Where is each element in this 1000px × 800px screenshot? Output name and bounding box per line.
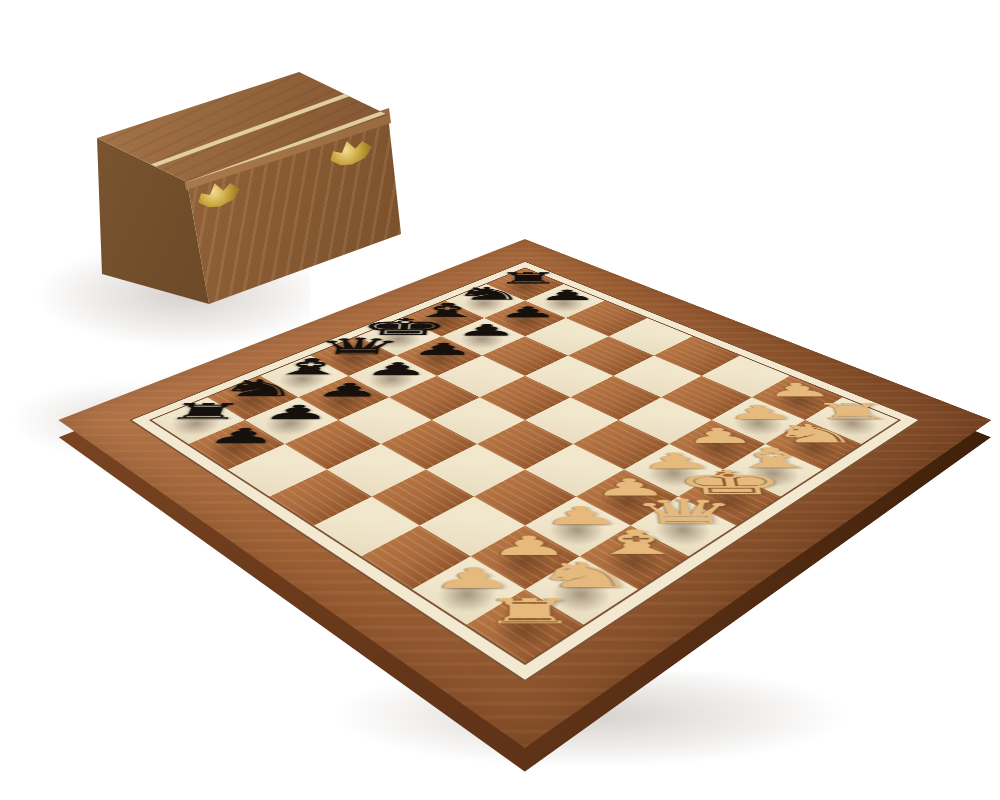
square-e1[interactable]	[678, 470, 780, 526]
piece-white-pawn-c2[interactable]: ♟	[525, 497, 631, 557]
black-pawn-glyph: ♟	[362, 361, 432, 378]
square-b1[interactable]	[525, 556, 638, 624]
piece-white-pawn-e2[interactable]: ♟	[624, 444, 723, 497]
square-c5[interactable]	[381, 420, 477, 470]
square-a5[interactable]	[270, 470, 372, 526]
product-photo-stage: ♜♞♝♛♚♝♞♜♟♟♟♟♟♟♟♟♟♟♟♟♟♟♟♟♜♞♝♛♚♝♞♜	[0, 0, 1000, 800]
board-scene: ♜♞♝♛♚♝♞♜♟♟♟♟♟♟♟♟♟♟♟♟♟♟♟♟♜♞♝♛♚♝♞♜	[195, 90, 855, 750]
square-c1[interactable]	[580, 526, 689, 590]
black-rook-glyph: ♜	[161, 401, 249, 422]
piece-white-pawn-d2[interactable]: ♟	[576, 470, 678, 526]
square-b4[interactable]	[372, 470, 474, 526]
chess-board: ♜♞♝♛♚♝♞♜♟♟♟♟♟♟♟♟♟♟♟♟♟♟♟♟♜♞♝♛♚♝♞♜	[58, 239, 991, 748]
white-pawn-glyph: ♟	[590, 477, 670, 499]
square-d1[interactable]	[631, 497, 737, 557]
white-rook-glyph: ♜	[479, 595, 580, 628]
black-pawn-glyph: ♟	[497, 305, 560, 319]
black-pawn-glyph: ♟	[312, 381, 385, 399]
square-d4[interactable]	[477, 420, 573, 470]
black-pawn-glyph: ♟	[203, 426, 283, 446]
white-bishop-glyph: ♝	[583, 527, 692, 559]
black-pawn-glyph: ♟	[409, 341, 476, 357]
piece-white-king-e1[interactable]: ♚	[678, 470, 780, 526]
piece-white-pawn-b2[interactable]: ♟	[470, 526, 579, 590]
piece-white-knight-b1[interactable]: ♞	[525, 556, 638, 624]
piece-white-queen-d1[interactable]: ♛	[631, 497, 737, 557]
board-grid: ♜♞♝♛♚♝♞♜♟♟♟♟♟♟♟♟♟♟♟♟♟♟♟♟♜♞♝♛♚♝♞♜	[152, 268, 899, 662]
square-a1[interactable]	[467, 589, 584, 662]
square-e3[interactable]	[573, 420, 669, 470]
white-pawn-glyph: ♟	[761, 381, 836, 399]
board-frame: ♜♞♝♛♚♝♞♜♟♟♟♟♟♟♟♟♟♟♟♟♟♟♟♟♜♞♝♛♚♝♞♜	[58, 239, 991, 748]
white-king-glyph: ♚	[671, 467, 791, 499]
black-pawn-glyph: ♟	[454, 323, 519, 338]
square-b3[interactable]	[419, 497, 525, 557]
square-b5[interactable]	[327, 444, 426, 497]
square-a4[interactable]	[314, 497, 420, 557]
white-pawn-glyph: ♟	[429, 565, 516, 592]
square-a3[interactable]	[361, 526, 470, 590]
square-b6[interactable]	[285, 420, 381, 470]
piece-white-bishop-f1[interactable]: ♝	[723, 444, 822, 497]
white-pawn-glyph: ♟	[541, 504, 623, 528]
white-queen-glyph: ♛	[628, 496, 744, 528]
square-a6[interactable]	[228, 444, 327, 497]
square-d3[interactable]	[525, 444, 624, 497]
piece-white-rook-a1[interactable]: ♜	[467, 589, 584, 662]
black-pawn-glyph: ♟	[259, 403, 335, 422]
piece-white-bishop-c1[interactable]: ♝	[580, 526, 689, 590]
black-pawn-glyph: ♟	[537, 288, 598, 302]
piece-black-pawn-a7[interactable]: ♟	[189, 420, 285, 470]
black-knight-glyph: ♞	[212, 377, 306, 399]
square-c4[interactable]	[426, 444, 525, 497]
square-c2[interactable]	[525, 497, 631, 557]
white-knight-glyph: ♞	[532, 558, 641, 592]
white-pawn-glyph: ♟	[487, 534, 571, 559]
piece-white-pawn-a2[interactable]: ♟	[412, 556, 525, 624]
square-d2[interactable]	[576, 470, 678, 526]
square-c3[interactable]	[474, 470, 576, 526]
square-b2[interactable]	[470, 526, 579, 590]
square-a2[interactable]	[412, 556, 525, 624]
